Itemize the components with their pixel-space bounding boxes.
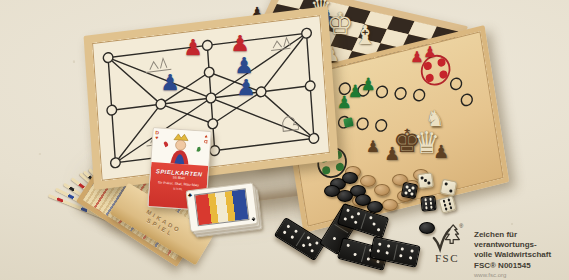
pip [332,237,336,241]
star-board-graphic [92,15,330,181]
chess-knight-cream: ♞ [425,108,445,130]
checker-black [342,172,358,184]
pip [286,224,290,228]
pip [423,198,426,201]
card-corner-suit: ♣ [251,216,256,222]
card-deck: ♣ ♣ [185,182,262,236]
pip [353,253,357,257]
checker-black [324,185,340,197]
pip [420,176,423,179]
pip [290,236,294,240]
pip [401,247,405,251]
fsc-text-block: Zeichen für verantwortungs- volle Waldwi… [474,222,569,279]
white-die [439,178,457,196]
pip [411,186,414,189]
checker-natural [374,184,390,196]
pip [449,189,452,192]
pip [427,181,430,184]
pip [423,178,426,181]
fsc-line4: www.fsc.org [474,271,569,279]
card-corner-suit: ♣ [188,192,193,198]
pip [376,250,380,254]
chess-pawn-brown: ♟ [384,145,400,163]
fsc-logo: ® FSC [430,222,464,264]
face-card-artwork [194,188,250,226]
pip [282,231,286,235]
fsc-line3: FSC® N001545 [474,261,569,271]
pip [447,198,450,201]
chess-king-cream: ♚ [327,9,354,39]
pip [429,205,432,208]
pip [405,185,408,188]
black-die [400,181,417,198]
black-die [420,195,436,211]
pip [444,182,447,185]
chess-pawn-brown: ♟ [366,139,380,155]
halma-pawn-red: ♟ [183,37,203,59]
pip [376,260,380,264]
pip [350,214,354,218]
pip [310,249,314,253]
pip [410,249,414,253]
pip [372,222,376,226]
pip [442,199,445,202]
pip [366,257,370,261]
halma-pawn-blue: ♟ [236,77,256,99]
pip [369,216,373,220]
ludo-pawn-red: ♟ [410,50,423,65]
domino-half [393,242,419,266]
pip [387,244,391,248]
chess-pawn-brown: ♟ [433,143,449,161]
chess-bishop-cream: ♝ [353,22,376,48]
pip [346,243,350,247]
star-halma-board [84,6,339,190]
scene-stage: MIKADO SPIEL D♥ D♥ SPIELKARTEN 55 B [0,0,569,280]
halma-pawn-blue: ♟ [234,55,254,77]
pip [294,229,298,233]
pip [344,217,348,221]
pip [386,252,390,256]
white-die [438,195,456,213]
halma-pawn-red: ♟ [230,33,250,55]
card-box-queen-artwork: D♥ D♥ [151,128,210,166]
pip [449,205,452,208]
pip [399,254,403,258]
green-die-cube [343,117,354,128]
pip [429,201,432,204]
halma-pawn-blue: ♟ [160,72,180,94]
fsc-certification-block: ® FSC Zeichen für verantwortungs- volle … [430,222,569,279]
domino-half [360,212,388,238]
pip [376,228,380,232]
pip [424,202,427,205]
checker-natural [382,199,398,211]
white-die [417,172,434,189]
fsc-line1: Zeichen für verantwortungs- [474,230,569,250]
pip [356,212,360,216]
pip [424,205,427,208]
pip [308,242,312,246]
fsc-tree-check-icon: ® [430,222,464,254]
pip [443,203,446,206]
pip [410,192,413,195]
queen-illustration [151,128,210,166]
pip [409,257,413,261]
pip [407,188,410,191]
pip [378,242,382,246]
pip [315,241,319,245]
fsc-logo-text: FSC [435,252,459,264]
ludo-pawn-green: ♟ [360,76,375,93]
product-photo-canvas: MIKADO SPIEL D♥ D♥ SPIELKARTEN 55 B [0,0,569,280]
card-top-face: ♣ ♣ [185,182,258,232]
pip [354,220,358,224]
pip [448,202,451,205]
registered-mark: ® [459,223,463,229]
pip [429,198,432,201]
ludo-pawn-green: ♟ [336,94,351,111]
ludo-pawn-red: ♟ [423,45,436,60]
fsc-line2: volle Waldwirtschaft [474,250,569,260]
pip [404,191,407,194]
pip [346,209,350,213]
domino-half [370,237,396,261]
pip [444,206,447,209]
pip [306,236,310,240]
pip [301,243,305,247]
